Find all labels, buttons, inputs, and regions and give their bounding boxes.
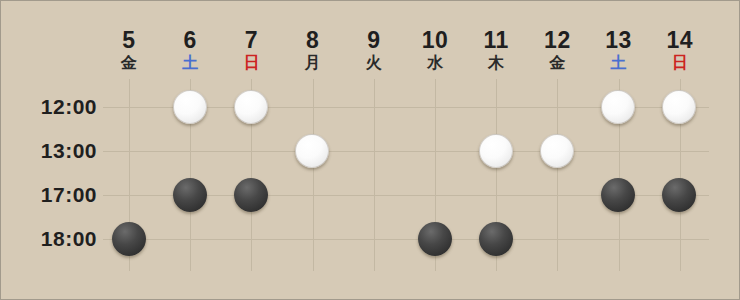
cell-18:00-14 [649,217,710,261]
cell-12:00-5 [98,85,159,129]
cell-17:00-12 [526,173,587,217]
time-label-18:00: 18:00 [1,226,97,252]
date-label-13: 13 [605,27,632,53]
white-stone-13:00-8 [295,134,329,168]
time-label-13:00: 13:00 [1,138,97,164]
weekday-label-8: 月 [305,53,321,73]
weekday-label-13: 土 [605,53,632,73]
weekday-label-14: 日 [667,53,694,73]
cell-18:00-8 [282,217,343,261]
cell-18:00-13 [588,217,649,261]
black-stone-17:00-6 [173,178,207,212]
weekday-label-5: 金 [121,53,137,73]
cell-12:00-12 [526,85,587,129]
cell-13:00-10 [404,129,465,173]
date-label-14: 14 [667,27,694,53]
column-header-14: 14日 [667,27,694,73]
black-stone-17:00-14 [662,178,696,212]
cell-13:00-5 [98,129,159,173]
cell-13:00-12 [526,129,587,173]
black-stone-18:00-5 [112,222,146,256]
white-stone-13:00-12 [540,134,574,168]
weekday-label-6: 土 [182,53,198,73]
cell-17:00-13 [588,173,649,217]
date-label-11: 11 [484,27,509,53]
white-stone-13:00-11 [479,134,513,168]
cell-12:00-11 [465,85,526,129]
time-label-12:00: 12:00 [1,94,97,120]
cell-13:00-6 [159,129,220,173]
black-stone-17:00-13 [601,178,635,212]
cell-12:00-13 [588,85,649,129]
cell-13:00-7 [220,129,281,173]
date-label-12: 12 [544,27,571,53]
white-stone-12:00-6 [173,90,207,124]
weekday-label-11: 木 [484,53,509,73]
cell-18:00-11 [465,217,526,261]
weekday-label-7: 日 [243,53,259,73]
column-header-12: 12金 [544,27,571,73]
date-label-9: 9 [366,27,382,53]
column-header-9: 9火 [366,27,382,73]
column-header-10: 10水 [422,27,449,73]
column-header-13: 13土 [605,27,632,73]
weekday-label-10: 水 [422,53,449,73]
cell-18:00-9 [343,217,404,261]
cell-18:00-6 [159,217,220,261]
black-stone-18:00-11 [479,222,513,256]
black-stone-18:00-10 [418,222,452,256]
cell-17:00-6 [159,173,220,217]
cell-17:00-14 [649,173,710,217]
column-header-7: 7日 [243,27,259,73]
column-header-8: 8月 [305,27,321,73]
white-stone-12:00-14 [662,90,696,124]
cell-18:00-7 [220,217,281,261]
cell-12:00-9 [343,85,404,129]
cell-17:00-8 [282,173,343,217]
cell-12:00-7 [220,85,281,129]
date-label-6: 6 [182,27,198,53]
time-label-17:00: 17:00 [1,182,97,208]
date-label-5: 5 [121,27,137,53]
cell-17:00-5 [98,173,159,217]
cell-17:00-9 [343,173,404,217]
date-label-8: 8 [305,27,321,53]
column-header-6: 6土 [182,27,198,73]
cell-17:00-10 [404,173,465,217]
schedule-board: 5金6土7日8月9火10水11木12金13土14日 12:0013:0017:0… [0,0,740,300]
cell-13:00-11 [465,129,526,173]
cell-13:00-14 [649,129,710,173]
cell-12:00-8 [282,85,343,129]
cell-17:00-7 [220,173,281,217]
cell-12:00-10 [404,85,465,129]
column-header-5: 5金 [121,27,137,73]
board-grid [98,85,710,261]
cell-12:00-14 [649,85,710,129]
weekday-label-12: 金 [544,53,571,73]
weekday-label-9: 火 [366,53,382,73]
cell-13:00-8 [282,129,343,173]
white-stone-12:00-13 [601,90,635,124]
white-stone-12:00-7 [234,90,268,124]
date-label-10: 10 [422,27,449,53]
cell-13:00-13 [588,129,649,173]
cell-18:00-10 [404,217,465,261]
cell-18:00-5 [98,217,159,261]
cell-13:00-9 [343,129,404,173]
cell-18:00-12 [526,217,587,261]
cell-17:00-11 [465,173,526,217]
column-header-11: 11木 [484,27,509,73]
date-label-7: 7 [243,27,259,53]
black-stone-17:00-7 [234,178,268,212]
cell-12:00-6 [159,85,220,129]
